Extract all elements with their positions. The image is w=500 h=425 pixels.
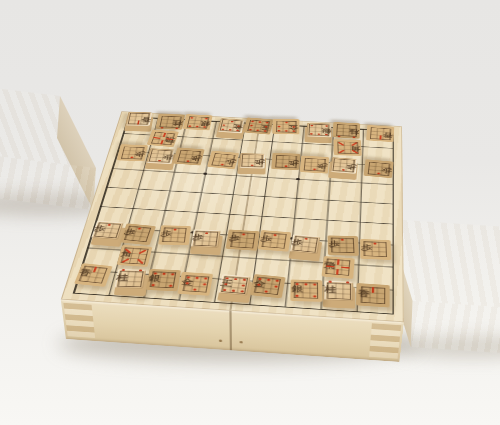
piece-kanji-label: 桂 (349, 129, 359, 136)
shogi-piece-lance-sente[interactable]: 香 (76, 264, 111, 286)
move-mark (353, 136, 356, 138)
board-cell (170, 172, 205, 193)
piece-kanji-label: 歩 (381, 167, 392, 175)
piece-kanji-label: 歩 (260, 234, 272, 243)
board-cell (138, 170, 174, 191)
shogi-piece-silver-gote[interactable]: 銀 (306, 122, 331, 137)
shogi-piece-pawn-sente[interactable]: 歩 (361, 240, 389, 259)
board-cell (327, 200, 361, 222)
studio-photo-scene: 香桂銀金玉金銀桂香飛角歩歩歩歩歩歩歩歩歩歩歩歩歩歩歩歩歩歩角飛香桂銀金王金銀桂香 (0, 0, 500, 425)
move-mark (265, 122, 268, 124)
board-cell (264, 177, 298, 198)
board-cell: 歩 (174, 154, 209, 174)
piece-kanji-label: 香 (78, 267, 92, 277)
board-cell: 銀 (144, 274, 184, 300)
board-cell (296, 179, 329, 200)
shogi-piece-pawn-sente[interactable]: 歩 (290, 234, 321, 254)
board-cell (165, 191, 201, 212)
move-mark (276, 279, 280, 281)
board-cell: 金 (249, 281, 287, 307)
board-surface: 香桂銀金玉金銀桂香飛角歩歩歩歩歩歩歩歩歩歩歩歩歩歩歩歩歩歩角飛香桂銀金王金銀桂香 (61, 111, 404, 322)
board-cell: 歩 (155, 231, 193, 254)
move-mark (243, 278, 247, 280)
piece-kanji-label: 歩 (93, 224, 106, 233)
piece-kanji-label: 歩 (361, 243, 372, 252)
move-mark (237, 125, 240, 127)
board-cell: 桂 (109, 272, 150, 297)
move-mark (234, 278, 238, 280)
shogi-piece-pawn-gote[interactable]: 歩 (365, 160, 392, 177)
shogi-piece-pawn-sente[interactable]: 歩 (228, 230, 258, 249)
piece-kanji-label: 桂 (325, 284, 337, 293)
shogi-piece-bishop-sente[interactable]: 角 (118, 246, 151, 266)
move-mark (258, 278, 262, 280)
piece-kanji-label: 歩 (291, 238, 303, 247)
move-mark (263, 130, 266, 132)
board-cell: 歩 (290, 239, 326, 263)
board-cell (133, 189, 170, 210)
shogi-piece-rook-gote[interactable]: 飛 (148, 130, 177, 146)
piece-kanji-label: 桂 (116, 272, 129, 281)
shogi-piece-lance-gote[interactable]: 香 (125, 112, 152, 126)
shogi-piece-gold-sente[interactable]: 金 (251, 275, 284, 297)
piece-kanji-label: 歩 (229, 234, 241, 243)
board-cell: 歩 (256, 237, 292, 261)
move-mark (277, 130, 280, 132)
shogi-piece-king-gote[interactable]: 玉 (244, 118, 272, 134)
shogi-piece-knight-sente[interactable]: 桂 (115, 269, 147, 289)
move-mark (160, 127, 163, 129)
move-mark (228, 129, 231, 131)
move-mark (256, 129, 259, 131)
board-cell (101, 187, 138, 208)
board-cell: 金 (212, 121, 245, 139)
move-mark (265, 290, 269, 293)
move-mark-slide (372, 287, 375, 293)
shogi-piece-pawn-sente[interactable]: 歩 (121, 224, 154, 244)
board-cell: 銀 (302, 126, 333, 145)
dovetail-joint-right (369, 323, 401, 358)
shogi-piece-pawn-sente[interactable]: 歩 (91, 221, 124, 240)
board-cell (201, 174, 236, 195)
board-cell: 香 (357, 287, 393, 313)
piece-box-right-front-face (411, 301, 500, 356)
move-mark (314, 283, 317, 285)
folding-shogi-board: 香桂銀金玉金銀桂香飛角歩歩歩歩歩歩歩歩歩歩歩歩歩歩歩歩歩歩角飛香桂銀金王金銀桂香 (61, 111, 404, 322)
shogi-piece-silver-gote[interactable]: 銀 (185, 115, 212, 130)
move-mark (258, 121, 261, 123)
shogi-piece-pawn-gote[interactable]: 歩 (146, 148, 175, 164)
piece-kanji-label: 歩 (288, 160, 299, 167)
shogi-piece-silver-sente[interactable]: 銀 (292, 280, 321, 300)
board-cell: 王 (214, 278, 253, 304)
board-cell: 歩 (188, 233, 225, 256)
move-mark (292, 126, 295, 128)
piece-kanji-label: 桂 (172, 120, 183, 127)
shogi-piece-pawn-gote[interactable]: 歩 (175, 149, 204, 166)
board-cell: 金 (179, 276, 218, 302)
move-mark (248, 129, 251, 131)
board-cell: 歩 (358, 243, 392, 267)
shogi-piece-lance-gote[interactable]: 香 (367, 126, 393, 142)
board-cell (197, 192, 233, 214)
board-cell (107, 168, 143, 188)
board-cell: 銀 (285, 283, 322, 309)
shogi-piece-knight-sente[interactable]: 桂 (325, 281, 354, 302)
move-mark (296, 295, 299, 297)
piece-kanji-label: 歩 (254, 159, 264, 166)
board-cell: 香 (362, 129, 392, 148)
move-mark (205, 232, 208, 234)
shogi-piece-pawn-sente[interactable]: 歩 (259, 231, 289, 251)
board-cell: 金 (272, 125, 304, 143)
move-mark (250, 120, 253, 122)
board-cell (229, 194, 264, 216)
piece-kanji-label: 香 (140, 117, 151, 123)
piece-kanji-label: 歩 (317, 163, 328, 170)
move-mark (285, 122, 288, 124)
move-mark (224, 283, 228, 285)
board-cell: 桂 (321, 285, 358, 311)
board-cell: 歩 (330, 162, 362, 182)
move-mark (296, 283, 299, 285)
piece-kanji-label: 歩 (162, 154, 174, 161)
move-mark (222, 124, 225, 126)
piece-kanji-label: 歩 (191, 233, 203, 241)
move-mark (267, 278, 271, 280)
move-mark (220, 128, 223, 130)
shogi-piece-rook-sente[interactable]: 飛 (323, 257, 353, 278)
piece-kanji-label: 歩 (329, 240, 340, 248)
piece-kanji-label: 歩 (161, 229, 173, 237)
board-front-seam (230, 311, 232, 351)
move-mark (241, 290, 245, 292)
piece-kanji-label: 香 (358, 288, 370, 298)
move-mark-slide (379, 135, 381, 139)
move-mark (264, 126, 267, 128)
shogi-piece-pawn-gote[interactable]: 歩 (330, 157, 357, 174)
shogi-piece-pawn-gote[interactable]: 歩 (118, 145, 147, 161)
piece-kanji-label: 歩 (134, 151, 146, 158)
board-cell: 歩 (222, 235, 259, 259)
move-mark (236, 129, 239, 131)
board-cell: 歩 (298, 161, 331, 181)
shogi-piece-king-sente[interactable]: 王 (218, 274, 251, 296)
move-mark (175, 128, 178, 130)
shogi-piece-pawn-gote[interactable]: 歩 (301, 157, 328, 173)
move-mark (305, 283, 308, 285)
move-mark (257, 283, 261, 286)
dovetail-joint-left (63, 303, 95, 338)
board-cell (294, 198, 328, 220)
move-mark (277, 126, 280, 128)
board-cell: 歩 (205, 156, 239, 176)
move-mark (232, 290, 236, 292)
move-mark (338, 136, 341, 138)
move-mark (292, 130, 295, 132)
shogi-piece-pawn-gote[interactable]: 歩 (273, 154, 300, 170)
board-cell: 歩 (267, 159, 300, 179)
piece-kanji-label: 歩 (124, 227, 137, 236)
shogi-piece-pawn-sente[interactable]: 歩 (160, 226, 190, 244)
shogi-piece-knight-gote[interactable]: 桂 (334, 123, 359, 138)
piece-kanji-label: 香 (382, 132, 392, 139)
shogi-piece-gold-gote[interactable]: 金 (217, 118, 244, 133)
shogi-piece-pawn-sente[interactable]: 歩 (190, 230, 220, 249)
shogi-piece-lance-sente[interactable]: 香 (358, 284, 388, 306)
board-cell: 銀 (183, 120, 216, 138)
move-mark (373, 243, 376, 245)
piece-kanji-label: 歩 (346, 164, 357, 172)
shogi-piece-gold-gote[interactable]: 金 (274, 119, 299, 133)
move-mark (225, 277, 229, 279)
shogi-piece-knight-gote[interactable]: 桂 (157, 115, 184, 130)
shogi-piece-bishop-gote[interactable]: 角 (335, 140, 361, 155)
shogi-piece-gold-sente[interactable]: 金 (179, 273, 211, 294)
hinge-pin-left (219, 339, 222, 342)
move-mark (249, 125, 252, 127)
shogi-piece-pawn-gote[interactable]: 歩 (239, 153, 265, 169)
move-mark (314, 295, 317, 297)
shogi-piece-silver-sente[interactable]: 銀 (147, 269, 179, 289)
board-cell: 歩 (361, 164, 393, 184)
move-mark (275, 285, 279, 288)
board-cell: 歩 (236, 157, 270, 177)
piece-kanji-label: 歩 (191, 155, 203, 162)
piece-kanji-label: 歩 (224, 158, 236, 166)
hinge-pin-right (239, 341, 242, 344)
shogi-piece-pawn-gote[interactable]: 歩 (208, 152, 237, 169)
move-mark (223, 289, 227, 291)
shogi-piece-pawn-sente[interactable]: 歩 (329, 236, 358, 255)
move-mark (285, 130, 288, 132)
board-grid: 香桂銀金玉金銀桂香飛角歩歩歩歩歩歩歩歩歩歩歩歩歩歩歩歩歩歩角飛香桂銀金王金銀桂香 (73, 116, 394, 314)
